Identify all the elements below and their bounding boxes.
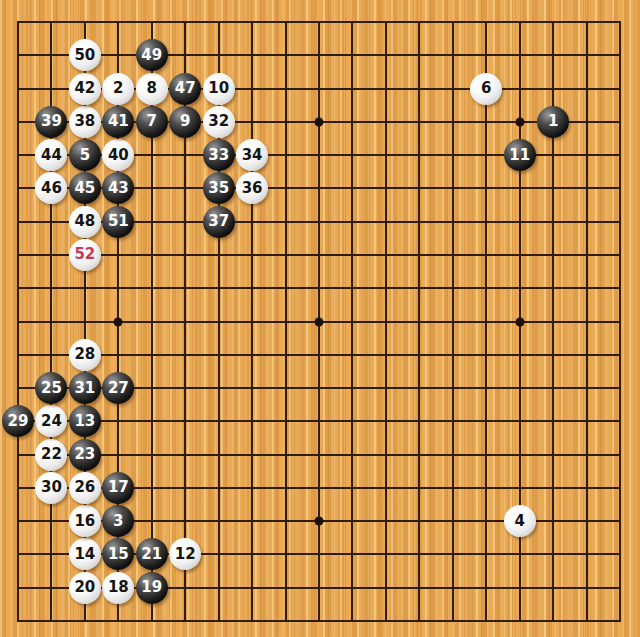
stone-12-white[interactable]: 12 [169,538,201,570]
stone-32-white[interactable]: 32 [203,106,235,138]
grid-line-horizontal [17,620,621,622]
stone-13-black[interactable]: 13 [69,405,101,437]
stone-37-black[interactable]: 37 [203,206,235,238]
stone-22-white[interactable]: 22 [35,439,67,471]
stone-16-white[interactable]: 16 [69,505,101,537]
stone-15-black[interactable]: 15 [102,538,134,570]
stone-44-white[interactable]: 44 [35,139,67,171]
stone-21-black[interactable]: 21 [136,538,168,570]
stone-42-white[interactable]: 42 [69,73,101,105]
star-point [315,317,324,326]
stone-6-white[interactable]: 6 [470,73,502,105]
stone-33-black[interactable]: 33 [203,139,235,171]
stone-36-white[interactable]: 36 [236,172,268,204]
grid-line-horizontal [17,420,621,422]
stone-17-black[interactable]: 17 [102,472,134,504]
grid-line-vertical [485,21,487,622]
stone-8-white[interactable]: 8 [136,73,168,105]
stone-49-black[interactable]: 49 [136,39,168,71]
stone-26-white[interactable]: 26 [69,472,101,504]
stone-29-black[interactable]: 29 [2,405,34,437]
stone-4-white[interactable]: 4 [504,505,536,537]
grid-line-vertical [385,21,387,622]
stone-51-black[interactable]: 51 [102,206,134,238]
stone-25-black[interactable]: 25 [35,372,67,404]
stone-3-black[interactable]: 3 [102,505,134,537]
grid-line-vertical [586,21,588,622]
stone-47-black[interactable]: 47 [169,73,201,105]
stone-19-black[interactable]: 19 [136,572,168,604]
stone-31-black[interactable]: 31 [69,372,101,404]
stone-38-white[interactable]: 38 [69,106,101,138]
go-board[interactable]: 1234567891011121314151617181920212223242… [0,0,640,637]
stone-9-black[interactable]: 9 [169,106,201,138]
stone-27-black[interactable]: 27 [102,372,134,404]
star-point [315,117,324,126]
star-point [515,317,524,326]
stone-30-white[interactable]: 30 [35,472,67,504]
stone-39-black[interactable]: 39 [35,106,67,138]
star-point [515,117,524,126]
grid-line-vertical [418,21,420,622]
stone-10-white[interactable]: 10 [203,73,235,105]
stone-35-black[interactable]: 35 [203,172,235,204]
grid-line-vertical [351,21,353,622]
stone-45-black[interactable]: 45 [69,172,101,204]
grid-line-vertical [452,21,454,622]
stone-46-white[interactable]: 46 [35,172,67,204]
star-point [114,317,123,326]
stone-11-black[interactable]: 11 [504,139,536,171]
star-point [315,517,324,526]
stone-50-white[interactable]: 50 [69,39,101,71]
stone-24-white[interactable]: 24 [35,405,67,437]
grid-line-horizontal [17,454,621,456]
stone-18-white[interactable]: 18 [102,572,134,604]
stone-52-white[interactable]: 52 [69,239,101,271]
stone-23-black[interactable]: 23 [69,439,101,471]
stone-43-black[interactable]: 43 [102,172,134,204]
stone-5-black[interactable]: 5 [69,139,101,171]
stone-28-white[interactable]: 28 [69,339,101,371]
stone-2-white[interactable]: 2 [102,73,134,105]
stone-48-white[interactable]: 48 [69,206,101,238]
stone-1-black[interactable]: 1 [537,106,569,138]
grid-line-vertical [619,21,621,622]
stone-34-white[interactable]: 34 [236,139,268,171]
stone-20-white[interactable]: 20 [69,572,101,604]
stone-41-black[interactable]: 41 [102,106,134,138]
grid-line-horizontal [17,354,621,356]
stone-14-white[interactable]: 14 [69,538,101,570]
stone-40-white[interactable]: 40 [102,139,134,171]
stone-7-black[interactable]: 7 [136,106,168,138]
